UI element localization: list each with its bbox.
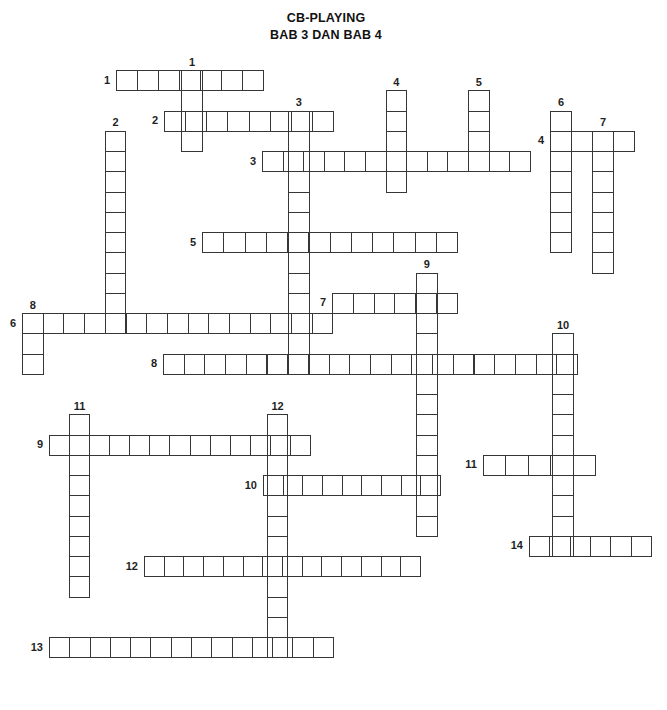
cell-across-9-1[interactable] bbox=[49, 435, 70, 456]
clue-number-across-14: 14 bbox=[493, 539, 523, 552]
cell-down-10-6[interactable] bbox=[552, 435, 574, 456]
cell-down-12-2[interactable] bbox=[267, 435, 288, 456]
cell-across-12-9[interactable] bbox=[302, 556, 323, 577]
cell-down-4-2[interactable] bbox=[386, 111, 408, 132]
cell-across-7-4[interactable] bbox=[394, 293, 416, 314]
cell-down-2-9[interactable] bbox=[105, 293, 127, 314]
cell-across-9-8[interactable] bbox=[190, 435, 211, 456]
cell-across-10-4[interactable] bbox=[322, 475, 343, 496]
cell-across-9-9[interactable] bbox=[210, 435, 231, 456]
cell-down-2-4[interactable] bbox=[105, 192, 127, 213]
cell-across-1-7[interactable] bbox=[242, 70, 264, 91]
cell-across-12-6[interactable] bbox=[243, 556, 264, 577]
cell-across-8-8[interactable] bbox=[308, 354, 330, 375]
cell-across-11-1[interactable] bbox=[483, 455, 506, 476]
clue-number-down-5: 5 bbox=[464, 76, 494, 89]
clue-number-down-1: 1 bbox=[177, 56, 207, 69]
cell-down-6-7[interactable] bbox=[550, 232, 572, 253]
cell-across-6-12[interactable] bbox=[250, 313, 272, 334]
cell-down-11-3[interactable] bbox=[69, 455, 90, 476]
cell-across-8-12[interactable] bbox=[391, 354, 413, 375]
cell-across-9-5[interactable] bbox=[129, 435, 150, 456]
cell-across-13-10[interactable] bbox=[232, 637, 253, 658]
cell-down-11-2[interactable] bbox=[69, 435, 90, 456]
cell-across-13-7[interactable] bbox=[171, 637, 192, 658]
clue-number-down-7: 7 bbox=[588, 116, 618, 129]
cell-down-3-11[interactable] bbox=[288, 313, 310, 334]
cell-down-2-5[interactable] bbox=[105, 212, 127, 233]
cell-across-7-1[interactable] bbox=[332, 293, 354, 314]
cell-across-14-6[interactable] bbox=[631, 536, 652, 557]
cell-across-6-9[interactable] bbox=[188, 313, 210, 334]
cell-across-3-8[interactable] bbox=[406, 151, 428, 172]
cell-across-9-10[interactable] bbox=[230, 435, 251, 456]
cell-across-5-4[interactable] bbox=[266, 232, 288, 253]
cell-down-10-7[interactable] bbox=[552, 455, 574, 476]
cell-down-3-10[interactable] bbox=[288, 293, 310, 314]
clue-number-down-4: 4 bbox=[382, 76, 412, 89]
cell-across-5-6[interactable] bbox=[308, 232, 330, 253]
cell-across-8-4[interactable] bbox=[225, 354, 247, 375]
cell-down-12-9[interactable] bbox=[267, 576, 288, 597]
cell-down-1-4[interactable] bbox=[181, 131, 203, 152]
cell-down-4-5[interactable] bbox=[386, 171, 408, 192]
cell-across-3-5[interactable] bbox=[344, 151, 366, 172]
cell-down-1-3[interactable] bbox=[181, 111, 203, 132]
cell-across-2-4[interactable] bbox=[227, 111, 249, 132]
cell-across-8-18[interactable] bbox=[515, 354, 537, 375]
cell-across-5-10[interactable] bbox=[393, 232, 415, 253]
cell-down-5-1[interactable] bbox=[468, 90, 490, 111]
cell-down-1-2[interactable] bbox=[181, 90, 203, 111]
cell-down-9-6[interactable] bbox=[416, 374, 438, 395]
cell-across-8-17[interactable] bbox=[494, 354, 516, 375]
cell-across-13-9[interactable] bbox=[211, 637, 232, 658]
cell-across-2-8[interactable] bbox=[312, 111, 334, 132]
cell-across-5-9[interactable] bbox=[372, 232, 394, 253]
clue-number-across-8: 8 bbox=[127, 357, 157, 370]
cell-down-9-10[interactable] bbox=[416, 455, 438, 476]
clue-number-across-11: 11 bbox=[447, 458, 477, 471]
cell-down-5-2[interactable] bbox=[468, 111, 490, 132]
cell-across-5-12[interactable] bbox=[436, 232, 458, 253]
clue-number-across-13: 13 bbox=[13, 641, 43, 654]
clue-number-down-11: 11 bbox=[65, 400, 94, 413]
cell-across-12-11[interactable] bbox=[341, 556, 362, 577]
cell-down-2-2[interactable] bbox=[105, 151, 127, 172]
cell-across-8-9[interactable] bbox=[329, 354, 351, 375]
cell-across-12-2[interactable] bbox=[164, 556, 185, 577]
cell-across-5-11[interactable] bbox=[415, 232, 437, 253]
cell-across-13-8[interactable] bbox=[191, 637, 212, 658]
cell-down-12-5[interactable] bbox=[267, 495, 288, 516]
cell-across-9-3[interactable] bbox=[89, 435, 110, 456]
clue-number-down-6: 6 bbox=[546, 96, 576, 109]
cell-across-3-6[interactable] bbox=[365, 151, 387, 172]
cell-down-11-4[interactable] bbox=[69, 475, 90, 496]
cell-down-12-6[interactable] bbox=[267, 516, 288, 537]
cell-across-13-2[interactable] bbox=[69, 637, 90, 658]
cell-across-10-5[interactable] bbox=[342, 475, 363, 496]
cell-down-6-3[interactable] bbox=[550, 151, 572, 172]
clue-number-down-2: 2 bbox=[101, 116, 131, 129]
cell-down-8-3[interactable] bbox=[22, 354, 44, 375]
cell-across-12-12[interactable] bbox=[361, 556, 382, 577]
crossword-board: CB-PLAYING BAB 3 DAN BAB 4 1234567891011… bbox=[0, 0, 667, 710]
cell-down-3-12[interactable] bbox=[288, 333, 310, 354]
cell-down-6-5[interactable] bbox=[550, 192, 572, 213]
cell-down-9-3[interactable] bbox=[416, 313, 438, 334]
cell-across-12-3[interactable] bbox=[183, 556, 204, 577]
cell-across-13-6[interactable] bbox=[150, 637, 171, 658]
clue-number-down-8: 8 bbox=[18, 299, 48, 312]
cell-across-6-2[interactable] bbox=[43, 313, 65, 334]
cell-down-2-1[interactable] bbox=[105, 131, 127, 152]
cell-down-2-3[interactable] bbox=[105, 171, 127, 192]
cell-down-6-1[interactable] bbox=[550, 111, 572, 132]
cell-down-12-3[interactable] bbox=[267, 455, 288, 476]
cell-across-14-5[interactable] bbox=[610, 536, 631, 557]
cell-down-3-4[interactable] bbox=[288, 171, 310, 192]
cell-across-14-4[interactable] bbox=[590, 536, 611, 557]
cell-across-9-6[interactable] bbox=[149, 435, 170, 456]
cell-across-4-2[interactable] bbox=[571, 131, 593, 152]
cell-across-6-3[interactable] bbox=[63, 313, 85, 334]
cell-down-10-10[interactable] bbox=[552, 516, 574, 537]
cell-down-9-5[interactable] bbox=[416, 354, 438, 375]
cell-down-4-4[interactable] bbox=[386, 151, 408, 172]
cell-down-7-5[interactable] bbox=[592, 212, 614, 233]
cell-down-10-9[interactable] bbox=[552, 495, 574, 516]
clue-number-down-10: 10 bbox=[548, 319, 578, 332]
cell-across-12-1[interactable] bbox=[144, 556, 165, 577]
cell-across-12-13[interactable] bbox=[381, 556, 402, 577]
cell-across-13-4[interactable] bbox=[110, 637, 131, 658]
cell-across-8-11[interactable] bbox=[370, 354, 392, 375]
cell-down-3-6[interactable] bbox=[288, 212, 310, 233]
cell-down-4-3[interactable] bbox=[386, 131, 408, 152]
cell-across-3-13[interactable] bbox=[509, 151, 531, 172]
cell-across-9-13[interactable] bbox=[290, 435, 311, 456]
cell-down-9-13[interactable] bbox=[416, 516, 438, 537]
cell-down-12-8[interactable] bbox=[267, 556, 288, 577]
cell-across-14-1[interactable] bbox=[529, 536, 550, 557]
cell-down-5-4[interactable] bbox=[468, 151, 490, 172]
cell-down-6-4[interactable] bbox=[550, 171, 572, 192]
cell-across-8-1[interactable] bbox=[163, 354, 185, 375]
cell-down-5-3[interactable] bbox=[468, 131, 490, 152]
cell-down-7-7[interactable] bbox=[592, 252, 614, 273]
puzzle-title: CB-PLAYING BAB 3 DAN BAB 4 bbox=[0, 10, 652, 44]
cell-across-1-6[interactable] bbox=[221, 70, 243, 91]
cell-across-1-1[interactable] bbox=[116, 70, 138, 91]
cell-down-11-6[interactable] bbox=[69, 516, 90, 537]
cell-down-2-6[interactable] bbox=[105, 232, 127, 253]
cell-across-13-1[interactable] bbox=[49, 637, 70, 658]
cell-down-7-1[interactable] bbox=[592, 131, 614, 152]
cell-across-8-15[interactable] bbox=[453, 354, 475, 375]
cell-down-9-1[interactable] bbox=[416, 273, 438, 294]
cell-down-12-7[interactable] bbox=[267, 536, 288, 557]
cell-down-7-6[interactable] bbox=[592, 232, 614, 253]
cell-down-1-1[interactable] bbox=[181, 70, 203, 91]
cell-across-9-4[interactable] bbox=[109, 435, 130, 456]
clue-number-across-6: 6 bbox=[0, 317, 16, 330]
cell-down-9-7[interactable] bbox=[416, 394, 438, 415]
cell-across-8-6[interactable] bbox=[267, 354, 289, 375]
cell-down-9-9[interactable] bbox=[416, 435, 438, 456]
cell-down-8-1[interactable] bbox=[22, 313, 44, 334]
cell-across-4-4[interactable] bbox=[613, 131, 635, 152]
clue-number-across-1: 1 bbox=[80, 74, 110, 87]
cell-across-7-2[interactable] bbox=[353, 293, 375, 314]
cell-down-6-2[interactable] bbox=[550, 131, 572, 152]
cell-across-7-6[interactable] bbox=[436, 293, 458, 314]
cell-down-3-1[interactable] bbox=[288, 111, 310, 132]
clue-number-down-12: 12 bbox=[263, 400, 292, 413]
cell-across-1-5[interactable] bbox=[200, 70, 222, 91]
cell-across-2-3[interactable] bbox=[206, 111, 228, 132]
cell-across-10-7[interactable] bbox=[381, 475, 402, 496]
cell-across-8-16[interactable] bbox=[474, 354, 496, 375]
cell-across-13-3[interactable] bbox=[90, 637, 111, 658]
cell-down-9-11[interactable] bbox=[416, 475, 438, 496]
cell-across-3-1[interactable] bbox=[262, 151, 284, 172]
cell-down-9-12[interactable] bbox=[416, 495, 438, 516]
cell-across-1-2[interactable] bbox=[137, 70, 159, 91]
cell-across-10-6[interactable] bbox=[361, 475, 382, 496]
cell-down-10-3[interactable] bbox=[552, 374, 574, 395]
cell-down-3-3[interactable] bbox=[288, 151, 310, 172]
cell-down-12-10[interactable] bbox=[267, 597, 288, 618]
cell-down-12-1[interactable] bbox=[267, 414, 288, 435]
cell-across-6-8[interactable] bbox=[167, 313, 189, 334]
cell-down-11-9[interactable] bbox=[69, 576, 90, 597]
cell-down-2-8[interactable] bbox=[105, 273, 127, 294]
puzzle-title-line1: CB-PLAYING bbox=[0, 10, 652, 27]
clue-number-across-9: 9 bbox=[13, 438, 43, 451]
cell-down-7-2[interactable] bbox=[592, 151, 614, 172]
cell-down-10-8[interactable] bbox=[552, 475, 574, 496]
cell-down-3-2[interactable] bbox=[288, 131, 310, 152]
cell-across-8-10[interactable] bbox=[349, 354, 371, 375]
cell-down-10-5[interactable] bbox=[552, 414, 574, 435]
cell-across-6-7[interactable] bbox=[146, 313, 168, 334]
cell-down-12-12[interactable] bbox=[267, 637, 288, 658]
cell-down-3-7[interactable] bbox=[288, 232, 310, 253]
cell-across-8-3[interactable] bbox=[204, 354, 226, 375]
cell-across-8-5[interactable] bbox=[246, 354, 268, 375]
puzzle-title-line2: BAB 3 DAN BAB 4 bbox=[0, 27, 652, 44]
clue-number-across-12: 12 bbox=[108, 560, 138, 573]
cell-across-12-10[interactable] bbox=[321, 556, 342, 577]
cell-across-7-3[interactable] bbox=[374, 293, 396, 314]
cell-down-3-13[interactable] bbox=[288, 354, 310, 375]
cell-down-10-11[interactable] bbox=[552, 536, 574, 557]
cell-down-3-9[interactable] bbox=[288, 273, 310, 294]
cell-down-10-1[interactable] bbox=[552, 333, 574, 354]
cell-across-3-9[interactable] bbox=[427, 151, 449, 172]
cell-down-3-8[interactable] bbox=[288, 252, 310, 273]
cell-across-13-14[interactable] bbox=[313, 637, 334, 658]
cell-down-12-4[interactable] bbox=[267, 475, 288, 496]
cell-across-2-5[interactable] bbox=[249, 111, 271, 132]
cell-across-5-2[interactable] bbox=[223, 232, 245, 253]
cell-down-6-6[interactable] bbox=[550, 212, 572, 233]
cell-down-8-2[interactable] bbox=[22, 333, 44, 354]
cell-down-11-5[interactable] bbox=[69, 495, 90, 516]
clue-number-across-3: 3 bbox=[226, 155, 256, 168]
cell-across-11-3[interactable] bbox=[528, 455, 551, 476]
cell-across-6-10[interactable] bbox=[208, 313, 230, 334]
cell-across-13-13[interactable] bbox=[292, 637, 313, 658]
cell-down-9-2[interactable] bbox=[416, 293, 438, 314]
clue-number-across-2: 2 bbox=[128, 114, 158, 127]
cell-across-6-6[interactable] bbox=[126, 313, 148, 334]
cell-across-9-7[interactable] bbox=[169, 435, 190, 456]
cell-down-4-1[interactable] bbox=[386, 90, 408, 111]
cell-across-12-4[interactable] bbox=[203, 556, 224, 577]
cell-across-12-14[interactable] bbox=[400, 556, 421, 577]
cell-down-2-7[interactable] bbox=[105, 252, 127, 273]
cell-down-11-1[interactable] bbox=[69, 414, 90, 435]
cell-down-11-8[interactable] bbox=[69, 556, 90, 577]
cell-across-3-12[interactable] bbox=[489, 151, 511, 172]
cell-across-5-8[interactable] bbox=[351, 232, 373, 253]
cell-down-9-4[interactable] bbox=[416, 333, 438, 354]
cell-across-5-1[interactable] bbox=[202, 232, 224, 253]
clue-number-down-3: 3 bbox=[284, 96, 314, 109]
cell-across-11-2[interactable] bbox=[505, 455, 528, 476]
cell-across-6-15[interactable] bbox=[312, 313, 334, 334]
clue-number-across-5: 5 bbox=[166, 236, 196, 249]
cell-across-6-4[interactable] bbox=[84, 313, 106, 334]
cell-across-3-4[interactable] bbox=[324, 151, 346, 172]
cell-down-2-10[interactable] bbox=[105, 313, 127, 334]
cell-down-7-4[interactable] bbox=[592, 192, 614, 213]
cell-down-11-7[interactable] bbox=[69, 536, 90, 557]
cell-across-11-5[interactable] bbox=[573, 455, 596, 476]
clue-number-across-4: 4 bbox=[514, 134, 544, 147]
cell-down-10-4[interactable] bbox=[552, 394, 574, 415]
cell-across-1-3[interactable] bbox=[158, 70, 180, 91]
cell-down-12-11[interactable] bbox=[267, 617, 288, 638]
cell-across-8-2[interactable] bbox=[184, 354, 206, 375]
cell-across-5-3[interactable] bbox=[245, 232, 267, 253]
clue-number-across-10: 10 bbox=[227, 479, 257, 492]
cell-down-3-5[interactable] bbox=[288, 192, 310, 213]
cell-across-10-3[interactable] bbox=[302, 475, 323, 496]
cell-across-5-7[interactable] bbox=[330, 232, 352, 253]
cell-down-10-2[interactable] bbox=[552, 354, 574, 375]
cell-down-9-8[interactable] bbox=[416, 414, 438, 435]
cell-across-6-11[interactable] bbox=[229, 313, 251, 334]
clue-number-down-9: 9 bbox=[412, 258, 442, 271]
cell-across-3-10[interactable] bbox=[447, 151, 469, 172]
cell-down-7-3[interactable] bbox=[592, 171, 614, 192]
cell-across-13-5[interactable] bbox=[130, 637, 151, 658]
cell-across-12-5[interactable] bbox=[223, 556, 244, 577]
